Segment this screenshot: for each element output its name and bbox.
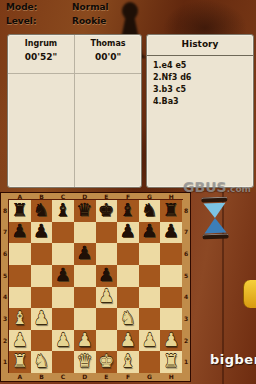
board-square-a8[interactable]: ♜ xyxy=(9,200,31,222)
black-pawn[interactable]: ♟ xyxy=(141,222,157,240)
board-squares: ♜♞♝♛♚♝♞♜♟♟♟♟♟♟♟♟♟♝♟♞♟♟♟♟♟♟♜♞♛♚♝♜ xyxy=(9,200,182,373)
history-title: History xyxy=(147,39,253,49)
board-square-b7[interactable]: ♟ xyxy=(31,222,53,244)
board-square-h6[interactable] xyxy=(160,243,182,265)
white-king[interactable]: ♚ xyxy=(98,352,114,370)
board-corner xyxy=(1,193,9,200)
board-square-f2[interactable]: ♟ xyxy=(117,330,139,352)
board-square-g6[interactable] xyxy=(139,243,161,265)
board-square-h7[interactable]: ♟ xyxy=(160,222,182,244)
coord-label: 5 xyxy=(182,265,190,287)
player-white-name: Ingrum xyxy=(8,39,74,48)
white-pawn[interactable]: ♟ xyxy=(163,331,179,349)
coord-label: 3 xyxy=(1,308,9,330)
black-rook[interactable]: ♜ xyxy=(12,201,28,219)
board-square-b6[interactable] xyxy=(31,243,53,265)
top-screen: Mode: Normal Level: Rookie Ingrum 00'52"… xyxy=(0,0,256,192)
black-pawn[interactable]: ♟ xyxy=(163,222,179,240)
coord-label: H xyxy=(160,373,182,381)
white-queen[interactable]: ♛ xyxy=(77,352,93,370)
player-black-clock: 00'0" xyxy=(75,52,141,62)
coord-label: 3 xyxy=(182,308,190,330)
board-square-a2[interactable]: ♟ xyxy=(9,330,31,352)
board-square-c5[interactable]: ♟ xyxy=(52,265,74,287)
hourglass-icon xyxy=(201,197,229,242)
white-pawn[interactable]: ♟ xyxy=(55,331,71,349)
board-square-d6[interactable]: ♟ xyxy=(74,243,96,265)
board-square-b4[interactable] xyxy=(31,287,53,309)
black-pawn[interactable]: ♟ xyxy=(55,266,71,284)
board-square-e1[interactable]: ♚ xyxy=(96,351,118,373)
coord-label: 6 xyxy=(182,243,190,265)
bottom-screen: ABCDEFGH 87654321 ♜♞♝♛♚♝♞♜♟♟♟♟♟♟♟♟♟♝♟♞♟♟… xyxy=(0,192,256,384)
coord-label: 1 xyxy=(182,351,190,373)
coord-label: 2 xyxy=(182,330,190,352)
player-white: Ingrum 00'52" xyxy=(8,35,74,62)
coord-label: C xyxy=(52,373,74,381)
coord-label: E xyxy=(96,373,118,381)
board-corner xyxy=(182,373,190,381)
board-square-d2[interactable]: ♟ xyxy=(74,330,96,352)
board-square-h2[interactable]: ♟ xyxy=(160,330,182,352)
black-pawn[interactable]: ♟ xyxy=(120,222,136,240)
coord-label: 4 xyxy=(182,287,190,309)
coord-label: D xyxy=(74,373,96,381)
black-bishop[interactable]: ♝ xyxy=(120,201,136,219)
watermark-main: GBUS xyxy=(183,179,227,195)
board-square-e6[interactable] xyxy=(96,243,118,265)
board-square-a3[interactable]: ♝ xyxy=(9,308,31,330)
board-square-h5[interactable] xyxy=(160,265,182,287)
black-pawn[interactable]: ♟ xyxy=(77,244,93,262)
black-pawn[interactable]: ♟ xyxy=(98,266,114,284)
watermark: GBUS.com xyxy=(183,177,251,196)
history-move: 4.Ba3 xyxy=(153,96,249,108)
coord-label: 2 xyxy=(1,330,9,352)
board-square-e3[interactable] xyxy=(96,308,118,330)
board-square-a5[interactable] xyxy=(9,265,31,287)
board-square-d1[interactable]: ♛ xyxy=(74,351,96,373)
board-square-b3[interactable]: ♟ xyxy=(31,308,53,330)
board-square-c4[interactable] xyxy=(52,287,74,309)
coord-label: F xyxy=(117,373,139,381)
white-pawn[interactable]: ♟ xyxy=(33,309,49,327)
white-rook[interactable]: ♜ xyxy=(12,352,28,370)
player-white-clock: 00'52" xyxy=(8,52,74,62)
yellow-accent-shape xyxy=(243,280,256,308)
coord-label: 5 xyxy=(1,265,9,287)
level-value: Rookie xyxy=(72,16,106,26)
board-square-f7[interactable]: ♟ xyxy=(117,222,139,244)
board-square-f3[interactable]: ♞ xyxy=(117,308,139,330)
history-move: 3.b3 c5 xyxy=(153,84,249,96)
player-black: Thomas 00'0" xyxy=(75,35,141,62)
history-move: 1.e4 e5 xyxy=(153,60,249,72)
history-move: 2.Nf3 d6 xyxy=(153,72,249,84)
board-square-b1[interactable]: ♞ xyxy=(31,351,53,373)
coord-label: B xyxy=(31,373,53,381)
mode-label: Mode: xyxy=(6,2,37,12)
file-labels-bottom: ABCDEFGH xyxy=(9,373,182,381)
white-rook[interactable]: ♜ xyxy=(163,352,179,370)
board-square-g2[interactable]: ♟ xyxy=(139,330,161,352)
black-queen[interactable]: ♛ xyxy=(77,201,93,219)
board-square-c3[interactable] xyxy=(52,308,74,330)
board-square-a6[interactable] xyxy=(9,243,31,265)
black-rook[interactable]: ♜ xyxy=(163,201,179,219)
board-square-d7[interactable] xyxy=(74,222,96,244)
white-bishop[interactable]: ♝ xyxy=(12,309,28,327)
rank-labels-left: 87654321 xyxy=(1,200,9,373)
player-black-name: Thomas xyxy=(75,39,141,48)
white-bishop[interactable]: ♝ xyxy=(120,352,136,370)
coord-label: G xyxy=(139,373,161,381)
board-square-d8[interactable]: ♛ xyxy=(74,200,96,222)
black-king[interactable]: ♚ xyxy=(98,201,114,219)
board-square-g5[interactable] xyxy=(139,265,161,287)
board-square-g1[interactable] xyxy=(139,351,161,373)
watermark-suffix: .com xyxy=(227,184,251,194)
board-square-b5[interactable] xyxy=(31,265,53,287)
coord-label: 7 xyxy=(182,222,190,244)
chess-board: ABCDEFGH 87654321 ♜♞♝♛♚♝♞♜♟♟♟♟♟♟♟♟♟♝♟♞♟♟… xyxy=(0,192,191,382)
board-square-a7[interactable]: ♟ xyxy=(9,222,31,244)
board-square-e4[interactable]: ♟ xyxy=(96,287,118,309)
coord-label: 8 xyxy=(182,200,190,222)
level-label: Level: xyxy=(6,16,37,26)
coord-label: A xyxy=(9,373,31,381)
black-pawn[interactable]: ♟ xyxy=(33,222,49,240)
board-square-e7[interactable] xyxy=(96,222,118,244)
board-square-h8[interactable]: ♜ xyxy=(160,200,182,222)
black-knight[interactable]: ♞ xyxy=(33,201,49,219)
board-square-a1[interactable]: ♜ xyxy=(9,351,31,373)
board-corner xyxy=(1,373,9,381)
white-pawn[interactable]: ♟ xyxy=(98,287,114,305)
history-move-list: 1.e4 e52.Nf3 d63.b3 c54.Ba3 xyxy=(153,60,249,108)
board-square-c8[interactable]: ♝ xyxy=(52,200,74,222)
board-square-f5[interactable] xyxy=(117,265,139,287)
white-pawn[interactable]: ♟ xyxy=(120,331,136,349)
board-square-g3[interactable] xyxy=(139,308,161,330)
players-divider-horizontal xyxy=(8,73,141,74)
board-square-g8[interactable]: ♞ xyxy=(139,200,161,222)
black-bishop[interactable]: ♝ xyxy=(55,201,71,219)
board-square-e8[interactable]: ♚ xyxy=(96,200,118,222)
coord-label: 4 xyxy=(1,287,9,309)
mode-value: Normal xyxy=(72,2,109,12)
coord-label: 8 xyxy=(1,200,9,222)
history-rule xyxy=(147,55,253,56)
board-square-c1[interactable] xyxy=(52,351,74,373)
board-square-h3[interactable] xyxy=(160,308,182,330)
board-square-f6[interactable] xyxy=(117,243,139,265)
board-square-b2[interactable] xyxy=(31,330,53,352)
white-pawn[interactable]: ♟ xyxy=(141,331,157,349)
board-square-g7[interactable]: ♟ xyxy=(139,222,161,244)
board-square-g4[interactable] xyxy=(139,287,161,309)
board-square-d5[interactable] xyxy=(74,265,96,287)
board-square-c6[interactable] xyxy=(52,243,74,265)
bigben-logo: bigben xyxy=(210,352,256,367)
board-square-d3[interactable] xyxy=(74,308,96,330)
board-square-e5[interactable]: ♟ xyxy=(96,265,118,287)
board-square-c2[interactable]: ♟ xyxy=(52,330,74,352)
coord-label: 1 xyxy=(1,351,9,373)
coord-label: 6 xyxy=(1,243,9,265)
white-knight[interactable]: ♞ xyxy=(33,352,49,370)
players-panel: Ingrum 00'52" Thomas 00'0" xyxy=(7,34,142,188)
board-square-a4[interactable] xyxy=(9,287,31,309)
history-panel: History 1.e4 e52.Nf3 d63.b3 c54.Ba3 xyxy=(146,34,254,188)
board-square-h1[interactable]: ♜ xyxy=(160,351,182,373)
coord-label: 7 xyxy=(1,222,9,244)
board-square-f8[interactable]: ♝ xyxy=(117,200,139,222)
white-knight[interactable]: ♞ xyxy=(120,309,136,327)
black-pawn[interactable]: ♟ xyxy=(12,222,28,240)
board-square-f1[interactable]: ♝ xyxy=(117,351,139,373)
board-square-e2[interactable] xyxy=(96,330,118,352)
board-square-c7[interactable] xyxy=(52,222,74,244)
white-pawn[interactable]: ♟ xyxy=(77,331,93,349)
board-square-b8[interactable]: ♞ xyxy=(31,200,53,222)
board-square-d4[interactable] xyxy=(74,287,96,309)
board-square-h4[interactable] xyxy=(160,287,182,309)
black-knight[interactable]: ♞ xyxy=(141,201,157,219)
white-pawn[interactable]: ♟ xyxy=(12,331,28,349)
rank-labels-right: 87654321 xyxy=(182,200,190,373)
board-square-f4[interactable] xyxy=(117,287,139,309)
